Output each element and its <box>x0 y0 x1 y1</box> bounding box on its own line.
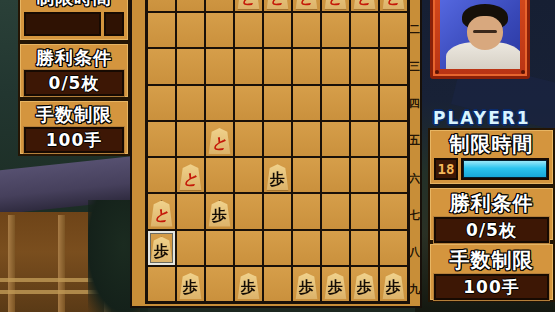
pawn-piece[interactable]: 歩 <box>266 164 289 190</box>
board-cell-4-6[interactable] <box>293 86 320 120</box>
board-cell-6-5[interactable]: 歩 <box>264 158 291 192</box>
rank-label-6: 六 <box>407 160 422 197</box>
rank-labels: 一二三四五六七八九 <box>407 0 422 308</box>
board-cell-9-1[interactable] <box>148 267 175 301</box>
board-cell-3-2[interactable] <box>177 49 204 83</box>
board-cell-9-8[interactable]: 歩 <box>351 267 378 301</box>
pawn-piece[interactable]: 歩 <box>150 237 173 263</box>
opponent-victory-value-box: 0/5枚 <box>24 70 124 96</box>
tokin-piece[interactable]: と <box>208 128 231 154</box>
board-cell-3-3[interactable] <box>206 49 233 83</box>
piece-glyph: 歩 <box>183 280 198 295</box>
pawn-piece[interactable]: 歩 <box>237 273 260 299</box>
tokin-piece[interactable]: と <box>295 0 318 9</box>
tokin-piece[interactable]: と <box>237 0 260 9</box>
board-cell-1-9[interactable]: と <box>380 0 407 11</box>
board-cell-2-3[interactable] <box>206 13 233 47</box>
rank-label-4: 四 <box>407 85 422 122</box>
player1-moves-label: 手数制限 <box>434 247 549 274</box>
board-cell-2-6[interactable] <box>293 13 320 47</box>
piece-glyph: 歩 <box>212 208 227 223</box>
portrait-brow <box>473 30 497 33</box>
board-cell-8-3[interactable] <box>206 231 233 265</box>
rank-label-1: 一 <box>407 0 422 11</box>
tokin-piece[interactable]: と <box>266 0 289 9</box>
board-cell-3-7[interactable] <box>322 49 349 83</box>
board-cell-2-9[interactable] <box>380 13 407 47</box>
portrait-face <box>467 16 503 50</box>
board-cell-8-9[interactable] <box>380 231 407 265</box>
player1-time-label: 制限時間 <box>434 131 549 158</box>
board-cell-6-8[interactable] <box>351 158 378 192</box>
board-cell-4-8[interactable] <box>351 86 378 120</box>
rank-label-5: 五 <box>407 122 422 159</box>
player1-time-bar <box>461 158 549 180</box>
board-cell-5-6[interactable] <box>293 122 320 156</box>
opponent-time-value-box <box>104 12 124 36</box>
player1-time-value: 18 <box>438 161 455 177</box>
pawn-piece[interactable]: 歩 <box>324 273 347 299</box>
tokin-piece[interactable]: と <box>150 201 173 227</box>
board-cell-6-3[interactable] <box>206 158 233 192</box>
board-cell-6-7[interactable] <box>322 158 349 192</box>
piece-glyph: と <box>241 0 256 6</box>
board-cell-3-6[interactable] <box>293 49 320 83</box>
board-cell-5-5[interactable] <box>264 122 291 156</box>
board-cell-2-8[interactable] <box>351 13 378 47</box>
board-cell-8-1[interactable]: 歩 <box>148 231 175 265</box>
board-cell-4-2[interactable] <box>177 86 204 120</box>
board-cell-9-9[interactable]: 歩 <box>380 267 407 301</box>
board-cell-8-4[interactable] <box>235 231 262 265</box>
piece-glyph: と <box>386 0 401 6</box>
pawn-piece[interactable]: 歩 <box>179 273 202 299</box>
rank-label-8: 八 <box>407 234 422 271</box>
temple-pillar <box>58 215 65 312</box>
opponent-time-section: 制限時間 <box>18 0 130 42</box>
pawn-piece[interactable]: 歩 <box>295 273 318 299</box>
board-cell-6-2[interactable]: と <box>177 158 204 192</box>
piece-glyph: と <box>183 172 198 187</box>
board-cell-1-7[interactable]: と <box>322 0 349 11</box>
rank-label-9: 九 <box>407 271 422 308</box>
board-cell-1-4[interactable]: と <box>235 0 262 11</box>
board-cell-7-4[interactable] <box>235 194 262 228</box>
board-cell-8-7[interactable] <box>322 231 349 265</box>
player1-victory-label: 勝利条件 <box>434 190 549 217</box>
player1-portrait <box>430 0 530 79</box>
board-cell-9-7[interactable]: 歩 <box>322 267 349 301</box>
board-cell-3-1[interactable] <box>148 49 175 83</box>
opponent-moves-value-box: 100手 <box>24 127 124 153</box>
pawn-piece[interactable]: 歩 <box>208 201 231 227</box>
board-cell-9-4[interactable]: 歩 <box>235 267 262 301</box>
board-cell-9-3[interactable] <box>206 267 233 301</box>
board-cell-3-4[interactable] <box>235 49 262 83</box>
board-cell-2-5[interactable] <box>264 13 291 47</box>
board-cell-7-7[interactable] <box>322 194 349 228</box>
board-cell-9-6[interactable]: 歩 <box>293 267 320 301</box>
opponent-victory-label: 勝利条件 <box>24 46 124 70</box>
board-cell-7-8[interactable] <box>351 194 378 228</box>
board-cell-4-7[interactable] <box>322 86 349 120</box>
piece-glyph: と <box>212 136 227 151</box>
board-cell-1-3[interactable] <box>206 0 233 11</box>
board-cell-4-4[interactable] <box>235 86 262 120</box>
player1-moves-section: 手数制限 100手 <box>428 242 555 302</box>
opponent-moves-section: 手数制限 100手 <box>18 99 130 156</box>
board-cell-4-3[interactable] <box>206 86 233 120</box>
piece-glyph: 歩 <box>270 172 285 187</box>
opponent-victory-section: 勝利条件 0/5枚 <box>18 42 130 99</box>
piece-glyph: 歩 <box>241 280 256 295</box>
player1-time-bar-fill <box>464 161 546 177</box>
rank-label-7: 七 <box>407 197 422 234</box>
board-cell-8-8[interactable] <box>351 231 378 265</box>
piece-glyph: と <box>357 0 372 6</box>
board-cell-3-8[interactable] <box>351 49 378 83</box>
board-cell-7-3[interactable]: 歩 <box>206 194 233 228</box>
board-cell-5-2[interactable] <box>177 122 204 156</box>
piece-glyph: と <box>299 0 314 6</box>
board-cell-2-4[interactable] <box>235 13 262 47</box>
board-cell-4-5[interactable] <box>264 86 291 120</box>
board-cell-2-1[interactable] <box>148 13 175 47</box>
temple-pillar <box>8 215 15 312</box>
game-screen: とととととととと歩と歩歩歩歩歩歩歩歩 一二三四五六七八九 制限時間 勝利条件 0… <box>0 0 555 312</box>
player1-victory-value: 0/5枚 <box>466 219 517 242</box>
piece-glyph: と <box>270 0 285 6</box>
player1-victory-value-box: 0/5枚 <box>434 217 549 243</box>
board-cell-4-1[interactable] <box>148 86 175 120</box>
opponent-panel: 制限時間 勝利条件 0/5枚 手数制限 100手 <box>18 0 130 156</box>
board-cell-5-9[interactable] <box>380 122 407 156</box>
board-grid: とととととととと歩と歩歩歩歩歩歩歩歩 <box>145 0 410 304</box>
board-cell-9-2[interactable]: 歩 <box>177 267 204 301</box>
piece-glyph: と <box>154 208 169 223</box>
board-cell-3-9[interactable] <box>380 49 407 83</box>
tokin-piece[interactable]: と <box>353 0 376 9</box>
board-cell-6-1[interactable] <box>148 158 175 192</box>
board-cell-5-3[interactable]: と <box>206 122 233 156</box>
player1-time-value-box: 18 <box>434 158 458 180</box>
player1-panel: 制限時間 18 勝利条件 0/5枚 手数制限 100手 <box>428 128 555 302</box>
opponent-time-bar <box>24 12 101 36</box>
rank-label-3: 三 <box>407 48 422 85</box>
opponent-time-label: 制限時間 <box>24 0 124 10</box>
board-cell-5-8[interactable] <box>351 122 378 156</box>
board-cell-4-9[interactable] <box>380 86 407 120</box>
piece-glyph: と <box>328 0 343 6</box>
piece-glyph: 歩 <box>386 280 401 295</box>
board-cell-8-5[interactable] <box>264 231 291 265</box>
board-cell-6-9[interactable] <box>380 158 407 192</box>
board-cell-7-2[interactable] <box>177 194 204 228</box>
board-cell-2-2[interactable] <box>177 13 204 47</box>
rank-label-2: 二 <box>407 11 422 48</box>
player1-time-section: 制限時間 18 <box>428 128 555 186</box>
frame-stud <box>435 70 439 74</box>
piece-glyph: 歩 <box>357 280 372 295</box>
board-cell-1-5[interactable]: と <box>264 0 291 11</box>
board-cell-1-1[interactable] <box>148 0 175 11</box>
opponent-moves-label: 手数制限 <box>24 103 124 127</box>
board-cell-8-2[interactable] <box>177 231 204 265</box>
piece-glyph: 歩 <box>328 280 343 295</box>
tokin-piece[interactable]: と <box>324 0 347 9</box>
board-cell-9-5[interactable] <box>264 267 291 301</box>
opponent-victory-value: 0/5枚 <box>49 72 100 95</box>
tokin-piece[interactable]: と <box>382 0 405 9</box>
pawn-piece[interactable]: 歩 <box>353 273 376 299</box>
pawn-piece[interactable]: 歩 <box>382 273 405 299</box>
board-cell-5-1[interactable] <box>148 122 175 156</box>
tokin-piece[interactable]: と <box>179 164 202 190</box>
piece-glyph: 歩 <box>154 244 169 259</box>
player1-label: PLAYER1 <box>433 108 553 128</box>
board-cell-2-7[interactable] <box>322 13 349 47</box>
board-cell-1-2[interactable] <box>177 0 204 11</box>
board-cell-6-4[interactable] <box>235 158 262 192</box>
board-cell-7-5[interactable] <box>264 194 291 228</box>
player1-moves-value-box: 100手 <box>434 274 549 300</box>
board-cell-1-8[interactable]: と <box>351 0 378 11</box>
board-cell-5-7[interactable] <box>322 122 349 156</box>
opponent-moves-value: 100手 <box>46 129 103 152</box>
frame-stud <box>521 70 525 74</box>
board-cell-7-1[interactable]: と <box>148 194 175 228</box>
board-cell-3-5[interactable] <box>264 49 291 83</box>
player1-victory-section: 勝利条件 0/5枚 <box>428 186 555 242</box>
board-cell-8-6[interactable] <box>293 231 320 265</box>
piece-glyph: 歩 <box>299 280 314 295</box>
board-cell-7-9[interactable] <box>380 194 407 228</box>
board-cell-5-4[interactable] <box>235 122 262 156</box>
board-cell-6-6[interactable] <box>293 158 320 192</box>
player1-photo <box>440 0 520 69</box>
player1-moves-value: 100手 <box>463 276 520 299</box>
board-cell-1-6[interactable]: と <box>293 0 320 11</box>
board-cell-7-6[interactable] <box>293 194 320 228</box>
